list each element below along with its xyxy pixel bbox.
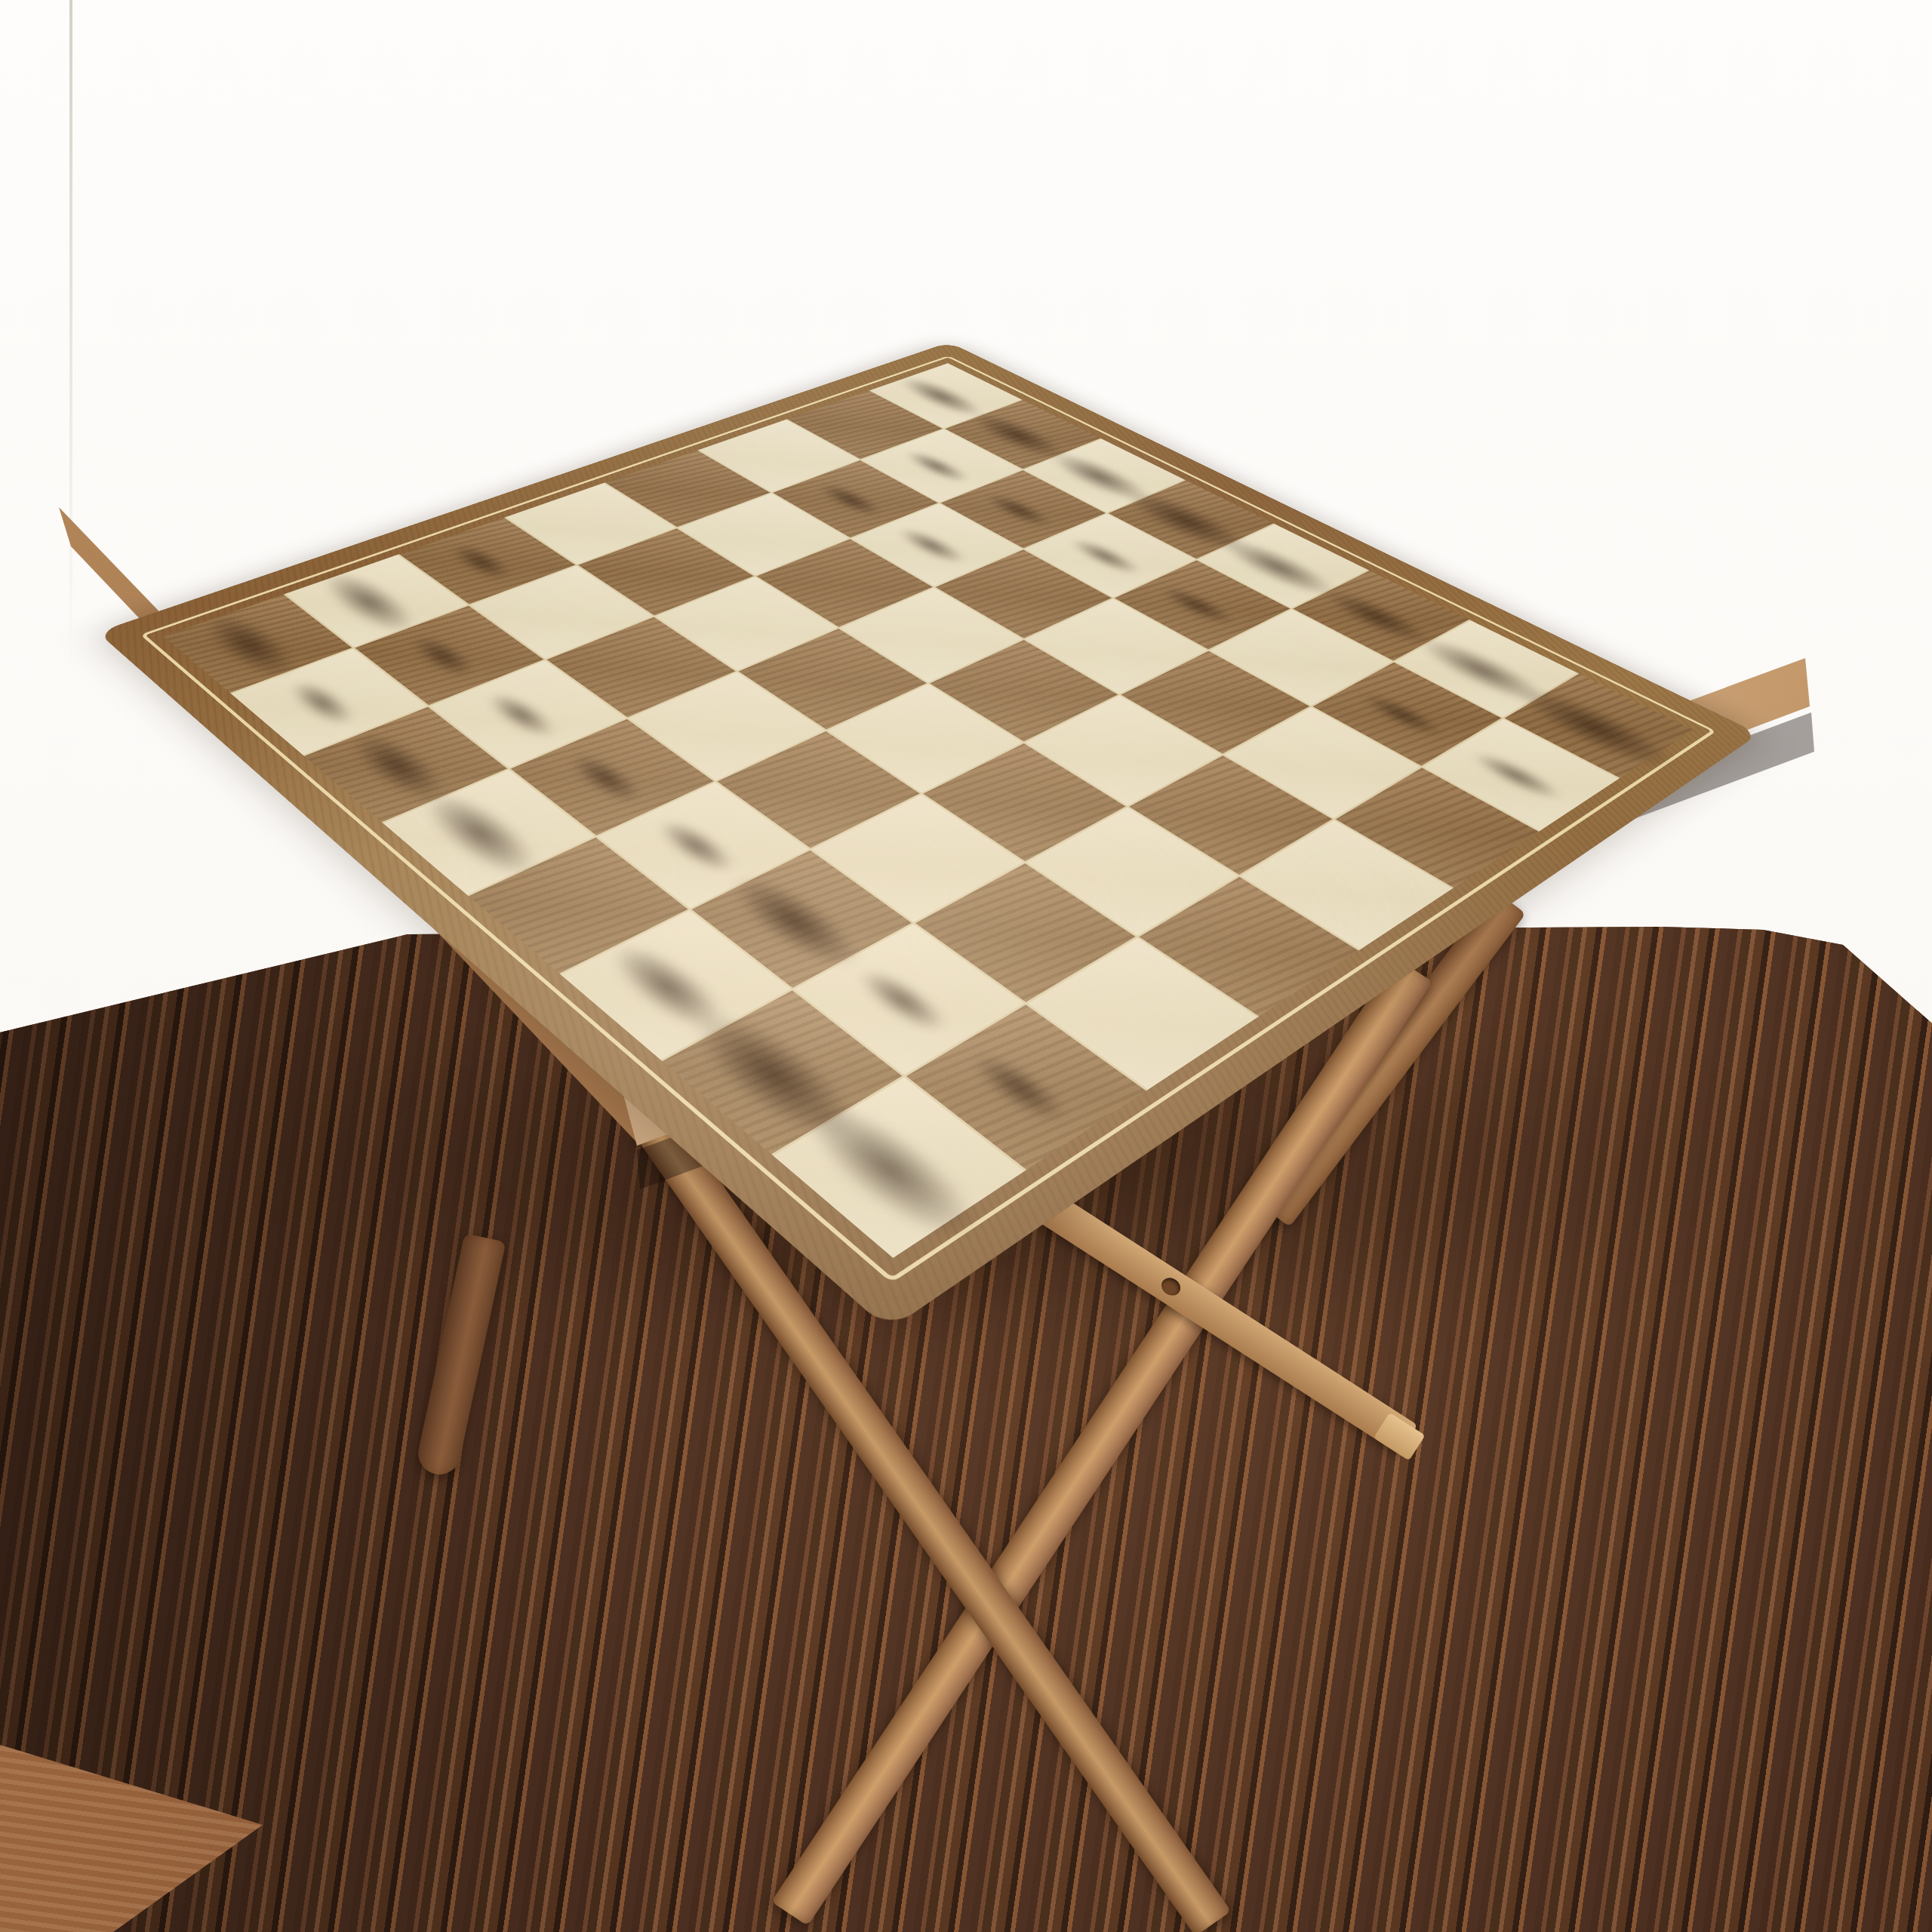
white-q-glyph: ♛ <box>725 772 1096 1180</box>
support-bar-hole <box>1158 1275 1184 1300</box>
photo-stage: ♜♞♞♟♛♟♟♝♟♟♜♟♟♝♞♚♟♟♞♟♟♟♟♜♟♝♝♟♜♟♚♛ <box>0 0 1932 1932</box>
black-p-glyph: ♟ <box>871 397 1011 551</box>
black-p-glyph: ♟ <box>1134 452 1279 611</box>
wall-corner-line <box>69 0 72 664</box>
black-p-glyph: ♟ <box>1445 605 1606 783</box>
